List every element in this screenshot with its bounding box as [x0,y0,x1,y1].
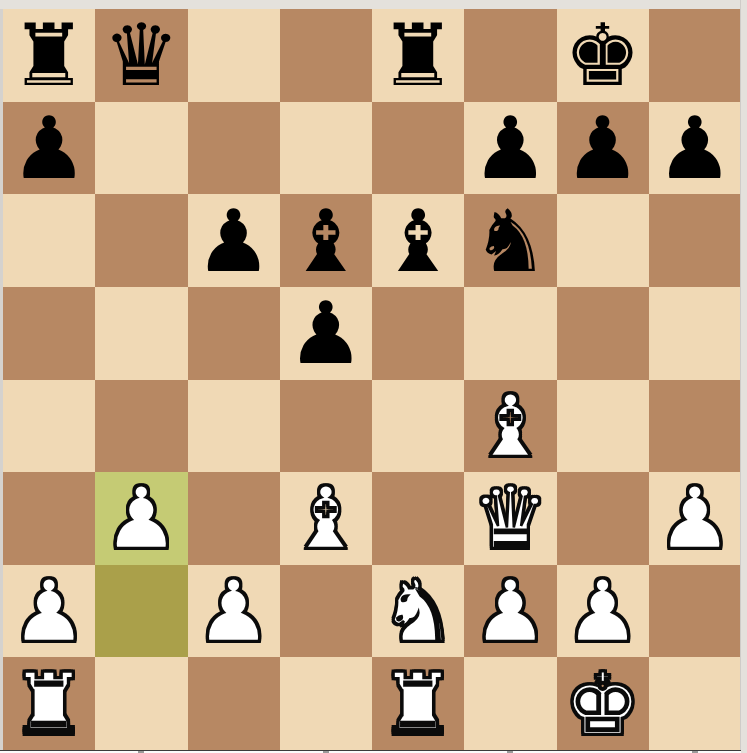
piece-white-queen[interactable]: ♛ [472,472,549,564]
square-e6[interactable]: ♝ [372,194,464,287]
square-h7[interactable]: ♟ [649,102,741,195]
square-h1[interactable] [649,657,741,750]
square-g5[interactable] [557,287,649,380]
square-f8[interactable] [464,9,556,102]
window-chrome-top-strip [0,0,747,9]
square-e2[interactable]: ♞ [372,565,464,658]
square-e8[interactable]: ♜ [372,9,464,102]
piece-black-knight[interactable]: ♞ [472,195,549,287]
chess-board: ♜♛♜♚♟♟♟♟♟♝♝♞♟♝♟♝♛♟♟♟♞♟♟♜♜♚ [3,9,741,750]
square-c2[interactable]: ♟ [188,565,280,658]
square-b3[interactable]: ♟ [95,472,187,565]
square-d8[interactable] [280,9,372,102]
piece-black-king[interactable]: ♚ [564,9,641,101]
square-d6[interactable]: ♝ [280,194,372,287]
piece-white-pawn[interactable]: ♟ [564,565,641,657]
square-e4[interactable] [372,380,464,473]
square-b6[interactable] [95,194,187,287]
square-g3[interactable] [557,472,649,565]
square-d5[interactable]: ♟ [280,287,372,380]
square-f3[interactable]: ♛ [464,472,556,565]
square-h4[interactable] [649,380,741,473]
square-c8[interactable] [188,9,280,102]
square-b1[interactable] [95,657,187,750]
square-d3[interactable]: ♝ [280,472,372,565]
square-a2[interactable]: ♟ [3,565,95,658]
square-b5[interactable] [95,287,187,380]
square-a7[interactable]: ♟ [3,102,95,195]
square-d1[interactable] [280,657,372,750]
square-f6[interactable]: ♞ [464,194,556,287]
square-f4[interactable]: ♝ [464,380,556,473]
piece-white-pawn[interactable]: ♟ [11,565,88,657]
piece-white-rook[interactable]: ♜ [380,658,457,750]
piece-black-pawn[interactable]: ♟ [287,287,364,379]
square-e3[interactable] [372,472,464,565]
square-b2[interactable] [95,565,187,658]
piece-black-pawn[interactable]: ♟ [656,102,733,194]
square-d7[interactable] [280,102,372,195]
square-h8[interactable] [649,9,741,102]
square-e7[interactable] [372,102,464,195]
square-g7[interactable]: ♟ [557,102,649,195]
square-a5[interactable] [3,287,95,380]
square-f1[interactable] [464,657,556,750]
square-d2[interactable] [280,565,372,658]
square-c7[interactable] [188,102,280,195]
square-c3[interactable] [188,472,280,565]
square-a1[interactable]: ♜ [3,657,95,750]
piece-black-rook[interactable]: ♜ [380,9,457,101]
piece-black-queen[interactable]: ♛ [103,9,180,101]
square-b7[interactable] [95,102,187,195]
square-e5[interactable] [372,287,464,380]
piece-white-king[interactable]: ♚ [564,658,641,750]
square-c4[interactable] [188,380,280,473]
square-a3[interactable] [3,472,95,565]
piece-black-pawn[interactable]: ♟ [472,102,549,194]
piece-black-pawn[interactable]: ♟ [195,195,272,287]
piece-black-bishop[interactable]: ♝ [380,195,457,287]
square-f7[interactable]: ♟ [464,102,556,195]
window-chrome-right-edge [740,0,747,753]
piece-black-pawn[interactable]: ♟ [564,102,641,194]
piece-white-bishop[interactable]: ♝ [287,472,364,564]
chess-app-screen: ♜♛♜♚♟♟♟♟♟♝♝♞♟♝♟♝♛♟♟♟♞♟♟♜♜♚ [0,0,747,753]
square-h2[interactable] [649,565,741,658]
square-f2[interactable]: ♟ [464,565,556,658]
square-a8[interactable]: ♜ [3,9,95,102]
square-h3[interactable]: ♟ [649,472,741,565]
piece-white-bishop[interactable]: ♝ [472,380,549,472]
piece-white-rook[interactable]: ♜ [11,658,88,750]
square-g1[interactable]: ♚ [557,657,649,750]
square-g6[interactable] [557,194,649,287]
piece-black-rook[interactable]: ♜ [11,9,88,101]
square-h6[interactable] [649,194,741,287]
square-c1[interactable] [188,657,280,750]
piece-white-pawn[interactable]: ♟ [195,565,272,657]
square-g4[interactable] [557,380,649,473]
square-d4[interactable] [280,380,372,473]
piece-black-pawn[interactable]: ♟ [11,102,88,194]
square-h5[interactable] [649,287,741,380]
piece-white-pawn[interactable]: ♟ [472,565,549,657]
square-b4[interactable] [95,380,187,473]
square-e1[interactable]: ♜ [372,657,464,750]
piece-white-knight[interactable]: ♞ [380,565,457,657]
piece-white-pawn[interactable]: ♟ [103,472,180,564]
square-g8[interactable]: ♚ [557,9,649,102]
square-b8[interactable]: ♛ [95,9,187,102]
square-f5[interactable] [464,287,556,380]
square-a4[interactable] [3,380,95,473]
square-g2[interactable]: ♟ [557,565,649,658]
piece-black-bishop[interactable]: ♝ [287,195,364,287]
square-c6[interactable]: ♟ [188,194,280,287]
square-a6[interactable] [3,194,95,287]
square-c5[interactable] [188,287,280,380]
piece-white-pawn[interactable]: ♟ [656,472,733,564]
